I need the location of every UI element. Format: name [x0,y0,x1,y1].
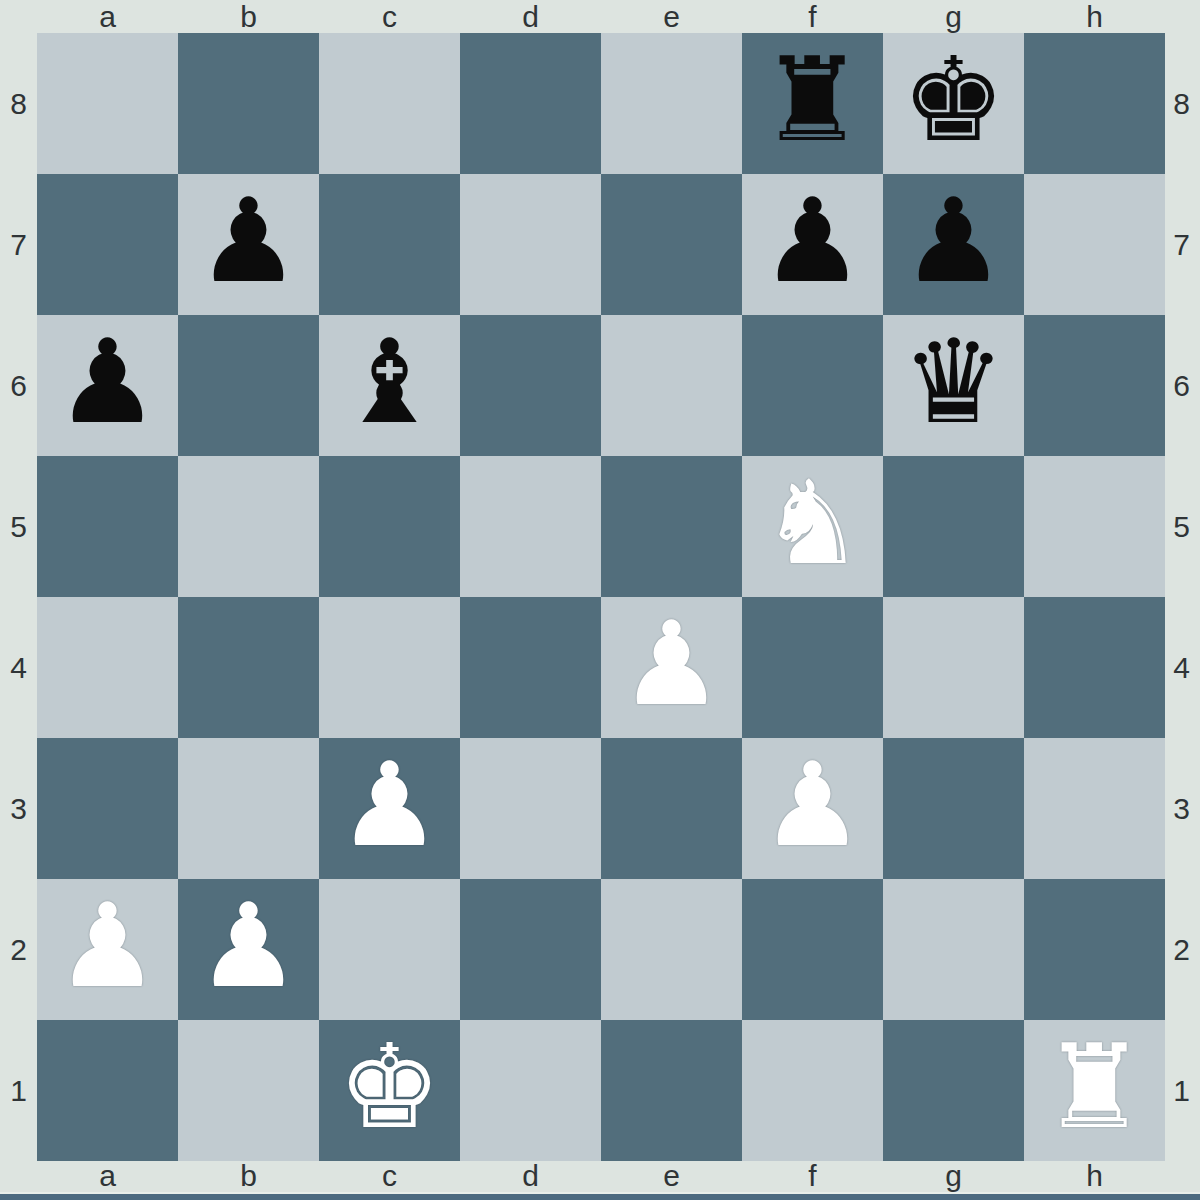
square-a8[interactable] [37,33,178,174]
rank-label-7: 7 [0,174,37,315]
piece-black-pawn[interactable]: ♟ [197,183,301,299]
square-a2[interactable]: ♟ [37,879,178,1020]
file-label-a: a [37,1159,178,1192]
square-e7[interactable] [601,174,742,315]
square-c2[interactable] [319,879,460,1020]
square-c4[interactable] [319,597,460,738]
square-g5[interactable] [883,456,1024,597]
piece-black-queen[interactable]: ♛ [902,324,1006,440]
piece-white-pawn[interactable]: ♟ [197,888,301,1004]
square-d3[interactable] [460,738,601,879]
file-label-c: c [319,0,460,33]
square-c7[interactable] [319,174,460,315]
chess-board: ♜♚♟♟♟♟♝♛♞♟♟♟♟♟♚♜ [37,33,1165,1161]
rank-label-4: 4 [1163,597,1200,738]
square-c5[interactable] [319,456,460,597]
square-c6[interactable]: ♝ [319,315,460,456]
square-f2[interactable] [742,879,883,1020]
square-b1[interactable] [178,1020,319,1161]
file-label-g: g [883,0,1024,33]
square-a5[interactable] [37,456,178,597]
rank-label-2: 2 [1163,879,1200,1020]
square-e4[interactable]: ♟ [601,597,742,738]
square-h4[interactable] [1024,597,1165,738]
square-b8[interactable] [178,33,319,174]
file-label-f: f [742,1159,883,1192]
square-f7[interactable]: ♟ [742,174,883,315]
square-b3[interactable] [178,738,319,879]
chess-diagram-page: abcdefgh 87654321 ♜♚♟♟♟♟♝♛♞♟♟♟♟♟♚♜ 87654… [0,0,1200,1200]
square-g3[interactable] [883,738,1024,879]
square-g1[interactable] [883,1020,1024,1161]
rank-label-1: 1 [1163,1020,1200,1161]
square-d6[interactable] [460,315,601,456]
square-h3[interactable] [1024,738,1165,879]
piece-black-bishop[interactable]: ♝ [338,324,442,440]
square-a6[interactable]: ♟ [37,315,178,456]
piece-black-pawn[interactable]: ♟ [56,324,160,440]
file-labels-top: abcdefgh [37,0,1165,33]
square-e3[interactable] [601,738,742,879]
square-h2[interactable] [1024,879,1165,1020]
square-h8[interactable] [1024,33,1165,174]
file-label-e: e [601,1159,742,1192]
rank-label-3: 3 [0,738,37,879]
piece-white-pawn[interactable]: ♟ [761,747,865,863]
file-labels-bottom: abcdefgh [37,1159,1165,1192]
square-g4[interactable] [883,597,1024,738]
square-a7[interactable] [37,174,178,315]
square-d1[interactable] [460,1020,601,1161]
square-h5[interactable] [1024,456,1165,597]
square-a3[interactable] [37,738,178,879]
square-g7[interactable]: ♟ [883,174,1024,315]
square-e6[interactable] [601,315,742,456]
file-label-a: a [37,0,178,33]
square-a1[interactable] [37,1020,178,1161]
file-label-c: c [319,1159,460,1192]
file-label-b: b [178,1159,319,1192]
square-a4[interactable] [37,597,178,738]
square-e2[interactable] [601,879,742,1020]
piece-white-king[interactable]: ♚ [338,1029,442,1145]
square-b2[interactable]: ♟ [178,879,319,1020]
rank-label-5: 5 [0,456,37,597]
bottom-edge-bar [0,1192,1200,1200]
rank-label-1: 1 [0,1020,37,1161]
square-f4[interactable] [742,597,883,738]
piece-white-pawn[interactable]: ♟ [620,606,724,722]
square-g8[interactable]: ♚ [883,33,1024,174]
square-c1[interactable]: ♚ [319,1020,460,1161]
file-label-h: h [1024,0,1165,33]
square-d8[interactable] [460,33,601,174]
square-e1[interactable] [601,1020,742,1161]
square-g2[interactable] [883,879,1024,1020]
square-c8[interactable] [319,33,460,174]
square-d5[interactable] [460,456,601,597]
rank-label-4: 4 [0,597,37,738]
file-label-e: e [601,0,742,33]
piece-white-pawn[interactable]: ♟ [56,888,160,1004]
square-h6[interactable] [1024,315,1165,456]
file-label-f: f [742,0,883,33]
square-h1[interactable]: ♜ [1024,1020,1165,1161]
square-b5[interactable] [178,456,319,597]
piece-black-pawn[interactable]: ♟ [761,183,865,299]
piece-white-rook[interactable]: ♜ [1043,1029,1147,1145]
square-f3[interactable]: ♟ [742,738,883,879]
square-b4[interactable] [178,597,319,738]
square-b6[interactable] [178,315,319,456]
rank-label-8: 8 [1163,33,1200,174]
square-f1[interactable] [742,1020,883,1161]
square-b7[interactable]: ♟ [178,174,319,315]
square-f6[interactable] [742,315,883,456]
square-d4[interactable] [460,597,601,738]
square-f5[interactable]: ♞ [742,456,883,597]
rank-label-5: 5 [1163,456,1200,597]
piece-black-rook[interactable]: ♜ [761,42,865,158]
rank-label-3: 3 [1163,738,1200,879]
square-g6[interactable]: ♛ [883,315,1024,456]
piece-white-pawn[interactable]: ♟ [338,747,442,863]
rank-label-6: 6 [0,315,37,456]
file-label-h: h [1024,1159,1165,1192]
rank-label-2: 2 [0,879,37,1020]
square-h7[interactable] [1024,174,1165,315]
square-e8[interactable] [601,33,742,174]
piece-black-king[interactable]: ♚ [902,42,1006,158]
file-label-b: b [178,0,319,33]
piece-black-pawn[interactable]: ♟ [902,183,1006,299]
square-d7[interactable] [460,174,601,315]
rank-label-7: 7 [1163,174,1200,315]
square-e5[interactable] [601,456,742,597]
square-f8[interactable]: ♜ [742,33,883,174]
rank-labels-left: 87654321 [0,33,37,1161]
rank-labels-right: 87654321 [1163,33,1200,1161]
piece-white-knight[interactable]: ♞ [761,465,865,581]
rank-label-8: 8 [0,33,37,174]
rank-label-6: 6 [1163,315,1200,456]
file-label-d: d [460,1159,601,1192]
square-d2[interactable] [460,879,601,1020]
file-label-g: g [883,1159,1024,1192]
file-label-d: d [460,0,601,33]
square-c3[interactable]: ♟ [319,738,460,879]
